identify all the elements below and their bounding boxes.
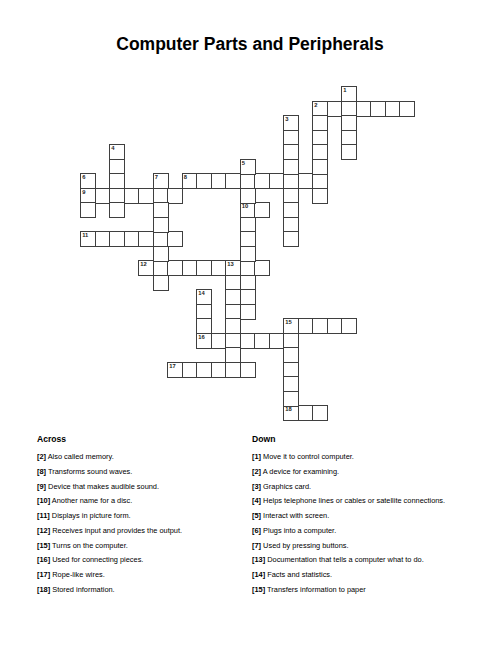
grid-cell[interactable] [283,391,299,407]
grid-cell[interactable] [399,101,415,117]
across-clue-18: [18] Stored information. [37,586,242,595]
grid-cell[interactable] [254,260,270,276]
cell-number: 9 [82,189,85,195]
grid-cell[interactable] [312,188,328,204]
down-clue-7: [7] Used by pressing buttons. [252,542,464,551]
across-clue-10: [10] Another name for a disc. [37,497,242,506]
across-clue-16: [16] Used for connecting pieces. [37,556,242,565]
grid-cell[interactable] [240,362,256,378]
down-clue-3: [3] Graphics card. [252,483,464,492]
grid-cell[interactable] [153,217,169,233]
grid-cell[interactable] [312,159,328,175]
grid-cell[interactable] [225,318,241,334]
grid-cell[interactable] [312,405,328,421]
across-clue-9: [9] Device that makes audible sound. [37,483,242,492]
grid-cell[interactable] [240,246,256,262]
clue-number: [9] [37,482,46,491]
down-clue-14: [14] Facts and statistics. [252,571,464,580]
down-clues-section: Down [1] Move it to control computer.[2]… [252,434,464,601]
clue-number: [15] [252,585,265,594]
across-clue-8: [8] Transforms sound waves. [37,468,242,477]
cell-number: 13 [227,261,233,267]
cell-number: 17 [169,363,175,369]
grid-cell[interactable] [240,188,256,204]
grid-cell[interactable] [167,231,183,247]
grid-cell[interactable]: 6 [80,173,96,189]
grid-cell[interactable] [109,173,125,189]
down-clue-1: [1] Move it to control computer. [252,453,464,462]
grid-cell[interactable]: 7 [153,173,169,189]
grid-cell[interactable] [109,202,125,218]
grid-cell[interactable] [167,188,183,204]
grid-cell[interactable] [254,202,270,218]
across-clue-15: [15] Turns on the computer. [37,542,242,551]
down-clue-4: [4] Helps telephone lines or cables or s… [252,497,464,506]
cell-number: 3 [285,116,288,122]
cell-number: 11 [82,232,88,238]
clue-number: [7] [252,541,261,550]
clue-number: [5] [252,511,261,520]
grid-cell[interactable] [80,202,96,218]
across-clue-list: [2] Also called memory.[8] Transforms so… [37,453,242,595]
clue-number: [12] [37,526,50,535]
across-clue-2: [2] Also called memory. [37,453,242,462]
cell-number: 6 [82,174,85,180]
down-clue-15: [15] Transfers information to paper [252,586,464,595]
clue-number: [3] [252,482,261,491]
clue-number: [18] [37,585,50,594]
cell-number: 15 [285,319,291,325]
clue-number: [16] [37,555,50,564]
grid-cell[interactable] [283,231,299,247]
grid-cell[interactable] [153,275,169,291]
down-clue-6: [6] Plugs into a computer. [252,527,464,536]
cell-number: 10 [242,203,248,209]
cell-number: 7 [155,174,158,180]
across-clues-section: Across [2] Also called memory.[8] Transf… [37,434,242,601]
grid-cell[interactable] [225,347,241,363]
across-clue-11: [11] Displays in picture form. [37,512,242,521]
cell-number: 1 [343,87,346,93]
grid-cell[interactable] [196,318,212,334]
grid-cell[interactable]: 5 [240,159,256,175]
cell-number: 16 [198,334,204,340]
down-heading: Down [252,434,464,444]
across-heading: Across [37,434,242,444]
down-clue-13: [13] Documentation that tells a computer… [252,556,464,565]
grid-cell[interactable] [153,246,169,262]
clue-number: [10] [37,496,50,505]
grid-cell[interactable] [283,159,299,175]
down-clue-2: [2] A device for examining. [252,468,464,477]
cell-number: 4 [111,145,114,151]
cell-number: 8 [184,174,187,180]
cell-number: 18 [285,406,291,412]
across-clue-17: [17] Rope-like wires. [37,571,242,580]
clue-number: [2] [37,452,46,461]
clue-number: [4] [252,496,261,505]
cell-number: 14 [198,290,204,296]
clue-number: [6] [252,526,261,535]
grid-cell[interactable] [240,304,256,320]
clue-number: [14] [252,570,265,579]
clue-number: [15] [37,541,50,550]
clue-number: [11] [37,511,50,520]
cell-number: 12 [140,261,146,267]
clue-number: [17] [37,570,50,579]
crossword-page: Computer Parts and Peripherals 289101112… [0,0,500,647]
grid-cell[interactable] [341,318,357,334]
clue-number: [8] [37,467,46,476]
across-clue-12: [12] Receives input and provides the out… [37,527,242,536]
clue-number: [1] [252,452,261,461]
down-clue-list: [1] Move it to control computer.[2] A de… [252,453,464,595]
clue-number: [13] [252,555,265,564]
crossword-grid: 289101112131516171813456714 [0,0,500,430]
cell-number: 5 [242,160,245,166]
cell-number: 2 [314,102,317,108]
down-clue-5: [5] Interact with screen. [252,512,464,521]
clue-number: [2] [252,467,261,476]
grid-cell[interactable] [341,144,357,160]
grid-cell[interactable]: 1 [341,86,357,102]
